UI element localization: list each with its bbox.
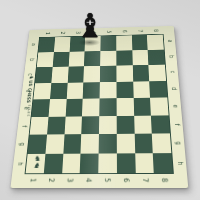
board-square[interactable]	[149, 65, 166, 81]
coordinate-label: h	[16, 162, 23, 166]
coordinate-label: g	[174, 141, 181, 145]
board-square[interactable]	[83, 82, 100, 99]
board-square[interactable]	[151, 115, 170, 134]
coordinate-label: b	[28, 58, 34, 61]
board-square[interactable]	[48, 99, 66, 116]
board-square[interactable]	[152, 133, 171, 152]
board-square[interactable]	[81, 116, 99, 134]
coordinate-label: f	[21, 125, 28, 127]
coordinate-label: a	[166, 40, 172, 43]
board-square[interactable]	[28, 134, 47, 153]
board-square[interactable]	[98, 153, 116, 173]
board-square[interactable]	[44, 153, 63, 173]
board-square[interactable]	[148, 49, 165, 65]
board-square[interactable]	[67, 66, 84, 82]
board-square[interactable]	[116, 50, 132, 66]
board-square[interactable]	[84, 66, 101, 82]
coordinate-label: e	[172, 104, 179, 107]
board-square[interactable]	[82, 98, 99, 116]
board-square[interactable]	[133, 81, 150, 98]
coordinate-label: 8	[161, 178, 169, 182]
board-frame	[25, 34, 174, 174]
coordinate-label: 1	[44, 32, 50, 35]
board-square[interactable]	[65, 99, 83, 117]
board-square[interactable]	[50, 82, 68, 99]
knight-emblem-icon: ♞	[29, 163, 45, 170]
board-square[interactable]	[84, 51, 100, 67]
board-square[interactable]	[135, 153, 154, 173]
board-square[interactable]	[116, 65, 133, 81]
board-square[interactable]	[52, 51, 69, 66]
coordinate-label: 2	[59, 31, 65, 34]
coordinate-label: f	[173, 123, 180, 125]
vinyl-chessboard: 12345678 12345678 abcdefgh abcdefgh ♞ US…	[10, 26, 188, 188]
coordinate-label: 7	[137, 29, 143, 32]
board-square[interactable]	[132, 50, 149, 66]
board-square[interactable]	[62, 153, 81, 173]
photo-scene: 12345678 12345678 abcdefgh abcdefgh ♞ US…	[0, 0, 200, 200]
board-square[interactable]	[51, 67, 68, 83]
coordinate-label: b	[168, 55, 174, 58]
black-bishop[interactable]: ♝	[73, 8, 107, 44]
board-square[interactable]	[147, 35, 164, 50]
board-square[interactable]	[99, 116, 117, 134]
board-square[interactable]	[117, 134, 135, 153]
board-square[interactable]	[100, 50, 116, 66]
coordinate-label: 4	[85, 178, 93, 182]
coordinate-label: d	[170, 87, 177, 90]
board-square[interactable]	[80, 153, 99, 173]
board-square[interactable]	[134, 134, 153, 153]
edge-labels-bottom: 12345678	[23, 175, 174, 186]
board-square[interactable]	[66, 82, 83, 99]
board-square[interactable]	[150, 97, 168, 115]
board-square[interactable]	[81, 134, 99, 153]
board-square[interactable]	[116, 81, 133, 98]
board-square[interactable]	[149, 81, 167, 98]
board-square[interactable]	[132, 35, 148, 50]
board-square[interactable]	[63, 134, 82, 153]
coordinate-label: a	[30, 43, 36, 46]
board-square[interactable]	[35, 67, 52, 83]
coordinate-label: h	[176, 161, 183, 165]
board-square[interactable]	[54, 37, 70, 52]
board-square[interactable]	[134, 115, 152, 134]
board-square[interactable]	[99, 134, 117, 153]
coordinate-label: 5	[104, 178, 111, 182]
board-square[interactable]	[37, 52, 54, 67]
board-square[interactable]	[30, 116, 49, 134]
board-square[interactable]	[116, 35, 132, 50]
board-perspective-wrapper: 12345678 12345678 abcdefgh abcdefgh ♞ US…	[10, 26, 188, 188]
board-square[interactable]	[100, 66, 116, 82]
coordinate-label: 3	[66, 178, 74, 182]
coordinate-label: 8	[152, 29, 158, 32]
board-square[interactable]	[38, 37, 55, 52]
coordinate-label: 2	[48, 178, 56, 182]
corner-knights-emblem: ♞ ♞	[29, 156, 46, 171]
coordinate-label: 1	[29, 178, 37, 182]
board-square[interactable]	[133, 98, 151, 116]
board-grid	[26, 35, 173, 174]
coordinate-label: c	[169, 71, 175, 74]
board-square[interactable]	[117, 153, 136, 173]
board-square[interactable]	[45, 134, 64, 153]
coordinate-label: g	[18, 143, 25, 147]
board-square[interactable]	[153, 153, 173, 173]
coordinate-label: 6	[121, 30, 127, 33]
board-square[interactable]	[47, 116, 65, 134]
board-square[interactable]	[99, 98, 116, 116]
coordinate-label: 7	[142, 178, 150, 182]
coordinate-label: 6	[123, 178, 131, 182]
board-square[interactable]	[116, 115, 134, 133]
board-square[interactable]	[64, 116, 82, 134]
board-square[interactable]	[68, 51, 84, 67]
board-square[interactable]	[132, 65, 149, 81]
board-square[interactable]	[116, 98, 133, 116]
board-square[interactable]	[32, 99, 50, 116]
board-square[interactable]	[100, 82, 117, 99]
board-square[interactable]	[33, 83, 51, 100]
knight-logo-icon: ♞	[29, 76, 35, 80]
brand-subtext: SALES	[26, 104, 30, 116]
